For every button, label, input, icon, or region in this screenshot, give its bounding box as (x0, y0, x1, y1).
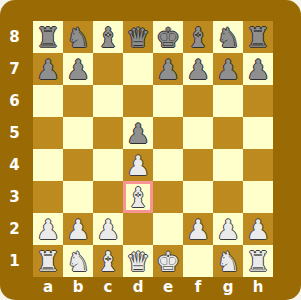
square-h4[interactable] (243, 149, 273, 181)
square-d5[interactable]: ♟ (123, 117, 153, 149)
square-d7[interactable] (123, 53, 153, 85)
square-d2[interactable] (123, 213, 153, 245)
square-f5[interactable] (183, 117, 213, 149)
piece-black-king-e8[interactable]: ♚ (153, 21, 183, 53)
square-e1[interactable]: ♚ (153, 245, 183, 277)
square-b6[interactable] (63, 85, 93, 117)
square-e6[interactable] (153, 85, 183, 117)
square-h2[interactable]: ♟ (243, 213, 273, 245)
piece-white-knight-g1[interactable]: ♞ (213, 245, 243, 277)
square-d6[interactable] (123, 85, 153, 117)
square-h3[interactable] (243, 181, 273, 213)
piece-black-pawn-d5[interactable]: ♟ (123, 117, 153, 149)
piece-white-pawn-d4[interactable]: ♟ (123, 149, 153, 181)
piece-black-pawn-e7[interactable]: ♟ (153, 53, 183, 85)
square-h6[interactable] (243, 85, 273, 117)
square-c4[interactable] (93, 149, 123, 181)
square-f4[interactable] (183, 149, 213, 181)
square-g6[interactable] (213, 85, 243, 117)
square-d8[interactable]: ♛ (123, 21, 153, 53)
square-c7[interactable] (93, 53, 123, 85)
square-g1[interactable]: ♞ (213, 245, 243, 277)
square-e2[interactable] (153, 213, 183, 245)
file-labels: abcdefgh (33, 277, 273, 300)
square-c8[interactable]: ♝ (93, 21, 123, 53)
square-g3[interactable] (213, 181, 243, 213)
square-c5[interactable] (93, 117, 123, 149)
square-g4[interactable] (213, 149, 243, 181)
piece-white-pawn-c2[interactable]: ♟ (93, 213, 123, 245)
square-b3[interactable] (63, 181, 93, 213)
piece-white-queen-d1[interactable]: ♛ (123, 245, 153, 277)
piece-black-pawn-a7[interactable]: ♟ (33, 53, 63, 85)
piece-black-pawn-h7[interactable]: ♟ (243, 53, 273, 85)
square-h7[interactable]: ♟ (243, 53, 273, 85)
square-e8[interactable]: ♚ (153, 21, 183, 53)
square-a3[interactable] (33, 181, 63, 213)
rank-labels: 87654321 (0, 21, 33, 277)
square-g8[interactable]: ♞ (213, 21, 243, 53)
square-c1[interactable]: ♝ (93, 245, 123, 277)
square-b5[interactable] (63, 117, 93, 149)
rank-label-4: 4 (0, 149, 33, 181)
piece-black-knight-g8[interactable]: ♞ (213, 21, 243, 53)
square-f2[interactable]: ♟ (183, 213, 213, 245)
square-c6[interactable] (93, 85, 123, 117)
piece-white-king-e1[interactable]: ♚ (153, 245, 183, 277)
square-e4[interactable] (153, 149, 183, 181)
piece-white-pawn-h2[interactable]: ♟ (243, 213, 273, 245)
file-label-d: d (123, 277, 153, 300)
square-g5[interactable] (213, 117, 243, 149)
piece-white-pawn-f2[interactable]: ♟ (183, 213, 213, 245)
square-f6[interactable] (183, 85, 213, 117)
piece-white-bishop-d3[interactable]: ♝ (123, 181, 153, 213)
piece-black-rook-h8[interactable]: ♜ (243, 21, 273, 53)
square-h1[interactable]: ♜ (243, 245, 273, 277)
piece-white-pawn-b2[interactable]: ♟ (63, 213, 93, 245)
file-label-f: f (183, 277, 213, 300)
square-c2[interactable]: ♟ (93, 213, 123, 245)
rank-label-2: 2 (0, 213, 33, 245)
square-a2[interactable]: ♟ (33, 213, 63, 245)
square-f8[interactable]: ♝ (183, 21, 213, 53)
square-g7[interactable]: ♟ (213, 53, 243, 85)
piece-white-bishop-c1[interactable]: ♝ (93, 245, 123, 277)
square-f7[interactable]: ♟ (183, 53, 213, 85)
square-a6[interactable] (33, 85, 63, 117)
piece-white-pawn-a2[interactable]: ♟ (33, 213, 63, 245)
piece-black-knight-b8[interactable]: ♞ (63, 21, 93, 53)
file-label-e: e (153, 277, 183, 300)
piece-black-pawn-g7[interactable]: ♟ (213, 53, 243, 85)
chess-board[interactable]: ♜♞♝♛♚♝♞♜♟♟♟♟♟♟♟♟♝♟♟♟♟♟♟♜♞♝♛♚♞♜ (33, 21, 273, 277)
piece-white-rook-a1[interactable]: ♜ (33, 245, 63, 277)
square-a1[interactable]: ♜ (33, 245, 63, 277)
square-f3[interactable] (183, 181, 213, 213)
piece-white-rook-h1[interactable]: ♜ (243, 245, 273, 277)
square-h5[interactable] (243, 117, 273, 149)
square-g2[interactable]: ♟ (213, 213, 243, 245)
file-label-c: c (93, 277, 123, 300)
square-f1[interactable] (183, 245, 213, 277)
square-b8[interactable]: ♞ (63, 21, 93, 53)
rank-label-8: 8 (0, 21, 33, 53)
rank-label-1: 1 (0, 245, 33, 277)
piece-black-rook-a8[interactable]: ♜ (33, 21, 63, 53)
square-b2[interactable]: ♟ (63, 213, 93, 245)
file-label-h: h (243, 277, 273, 300)
square-d1[interactable]: ♛ (123, 245, 153, 277)
rank-label-6: 6 (0, 85, 33, 117)
chess-board-window: 87654321 ♜♞♝♛♚♝♞♜♟♟♟♟♟♟♟♟♝♟♟♟♟♟♟♜♞♝♛♚♞♜ … (0, 0, 301, 300)
rank-label-5: 5 (0, 117, 33, 149)
square-h8[interactable]: ♜ (243, 21, 273, 53)
square-a5[interactable] (33, 117, 63, 149)
piece-black-queen-d8[interactable]: ♛ (123, 21, 153, 53)
square-a7[interactable]: ♟ (33, 53, 63, 85)
piece-black-pawn-b7[interactable]: ♟ (63, 53, 93, 85)
piece-black-pawn-f7[interactable]: ♟ (183, 53, 213, 85)
square-e7[interactable]: ♟ (153, 53, 183, 85)
square-b4[interactable] (63, 149, 93, 181)
square-d4[interactable]: ♟ (123, 149, 153, 181)
square-c3[interactable] (93, 181, 123, 213)
file-label-b: b (63, 277, 93, 300)
square-e5[interactable] (153, 117, 183, 149)
square-a8[interactable]: ♜ (33, 21, 63, 53)
square-b7[interactable]: ♟ (63, 53, 93, 85)
file-label-a: a (33, 277, 63, 300)
piece-black-bishop-f8[interactable]: ♝ (183, 21, 213, 53)
piece-black-bishop-c8[interactable]: ♝ (93, 21, 123, 53)
piece-white-knight-b1[interactable]: ♞ (63, 245, 93, 277)
square-e3[interactable] (153, 181, 183, 213)
file-label-g: g (213, 277, 243, 300)
square-b1[interactable]: ♞ (63, 245, 93, 277)
rank-label-3: 3 (0, 181, 33, 213)
rank-label-7: 7 (0, 53, 33, 85)
square-a4[interactable] (33, 149, 63, 181)
square-d3[interactable]: ♝ (123, 181, 153, 213)
piece-white-pawn-g2[interactable]: ♟ (213, 213, 243, 245)
